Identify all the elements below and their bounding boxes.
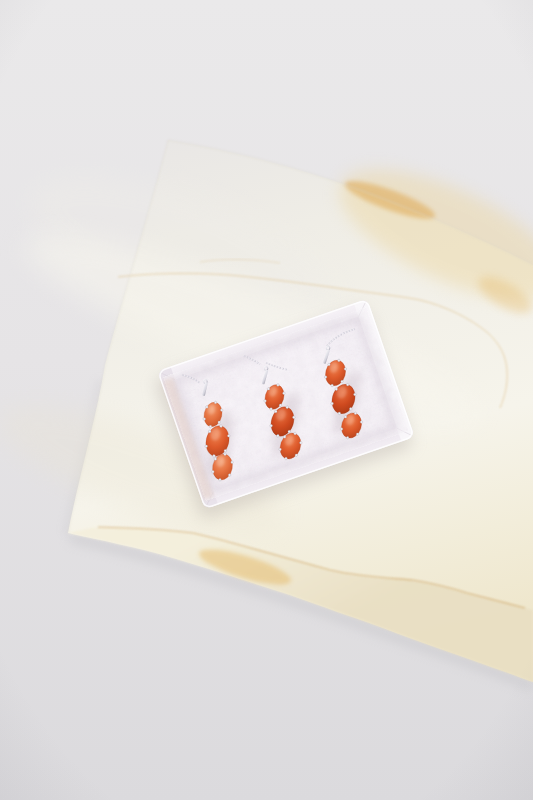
vignette [0, 0, 533, 800]
photo-stage [0, 0, 533, 800]
